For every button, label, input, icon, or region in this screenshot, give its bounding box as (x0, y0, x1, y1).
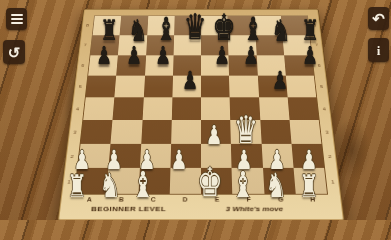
piece-white-knight-b1[interactable]: ♞ (99, 169, 121, 203)
app-stage: 87654321 87654321 ABCDEFGH BEGINNER LEVE… (0, 0, 391, 220)
info-icon: i (377, 44, 381, 57)
square-a3[interactable] (81, 120, 113, 144)
square-d3[interactable] (171, 120, 201, 144)
square-f5[interactable] (229, 76, 258, 98)
square-a5[interactable] (86, 76, 117, 98)
square-d4[interactable] (172, 97, 201, 120)
piece-white-bishop-f1[interactable]: ♝ (231, 167, 254, 203)
square-h4[interactable] (287, 97, 318, 120)
rank-label-3: 3 (320, 120, 335, 144)
rank-label-2: 2 (322, 144, 337, 169)
hamburger-icon (11, 22, 23, 24)
piece-black-bishop-c8[interactable]: ♝ (156, 13, 177, 45)
piece-black-rook-h8[interactable]: ♜ (301, 17, 319, 45)
square-c4[interactable] (142, 97, 172, 120)
undo-button[interactable]: ↶ (368, 7, 389, 30)
rank-label-5: 5 (315, 76, 329, 98)
square-a4[interactable] (83, 97, 114, 120)
piece-black-bishop-f8[interactable]: ♝ (242, 13, 263, 45)
restart-button[interactable]: ↺ (3, 40, 25, 64)
restart-icon: ↺ (8, 45, 21, 60)
square-c5[interactable] (143, 76, 172, 98)
menu-button[interactable] (6, 8, 27, 30)
rank-label-6: 6 (76, 55, 90, 76)
square-h5[interactable] (286, 76, 317, 98)
piece-black-queen-d8[interactable]: ♛ (184, 10, 207, 45)
move-indicator: 3 White's move (226, 205, 284, 213)
piece-black-king-e8[interactable]: ♚ (212, 9, 235, 45)
rank-label-7: 7 (79, 35, 92, 55)
square-g4[interactable] (259, 97, 290, 120)
piece-black-pawn-c7[interactable]: ♟ (155, 44, 171, 69)
square-b4[interactable] (113, 97, 144, 120)
piece-black-pawn-d6[interactable]: ♟ (182, 68, 198, 93)
piece-black-rook-a8[interactable]: ♜ (100, 17, 118, 45)
rank-label-5: 5 (73, 76, 87, 98)
square-e5[interactable] (201, 76, 230, 98)
square-h3[interactable] (289, 120, 321, 144)
piece-black-pawn-h7[interactable]: ♟ (302, 44, 318, 69)
piece-black-pawn-b7[interactable]: ♟ (126, 44, 142, 69)
piece-white-pawn-e3[interactable]: ♟ (205, 122, 222, 148)
hamburger-icon (11, 14, 23, 16)
square-e4[interactable] (201, 97, 230, 120)
rank-label-4: 4 (317, 97, 331, 120)
info-button[interactable]: i (368, 38, 389, 62)
square-g3[interactable] (260, 120, 291, 144)
square-b3[interactable] (111, 120, 142, 144)
piece-white-rook-h1[interactable]: ♜ (299, 171, 319, 202)
rank-label-1: 1 (325, 169, 341, 195)
square-b5[interactable] (115, 76, 145, 98)
piece-black-pawn-a7[interactable]: ♟ (97, 44, 113, 69)
piece-black-pawn-f7[interactable]: ♟ (243, 44, 259, 69)
rank-label-4: 4 (70, 97, 84, 120)
piece-black-knight-g8[interactable]: ♞ (272, 15, 291, 45)
piece-black-pawn-e7[interactable]: ♟ (214, 44, 230, 69)
undo-icon: ↶ (372, 11, 385, 26)
piece-white-king-e1[interactable]: ♚ (197, 163, 223, 203)
piece-white-knight-g1[interactable]: ♞ (265, 169, 287, 203)
piece-black-knight-b8[interactable]: ♞ (128, 15, 147, 45)
piece-white-bishop-c1[interactable]: ♝ (132, 167, 155, 203)
piece-white-rook-a1[interactable]: ♜ (67, 171, 87, 202)
piece-black-pawn-g6[interactable]: ♟ (272, 68, 288, 93)
rank-label-8: 8 (81, 15, 94, 34)
status-bar: BEGINNER LEVEL 3 White's move (58, 204, 344, 220)
level-label: BEGINNER LEVEL (91, 205, 167, 213)
piece-white-pawn-d2[interactable]: ♟ (171, 147, 188, 174)
hamburger-icon (11, 18, 23, 20)
square-c3[interactable] (141, 120, 172, 144)
